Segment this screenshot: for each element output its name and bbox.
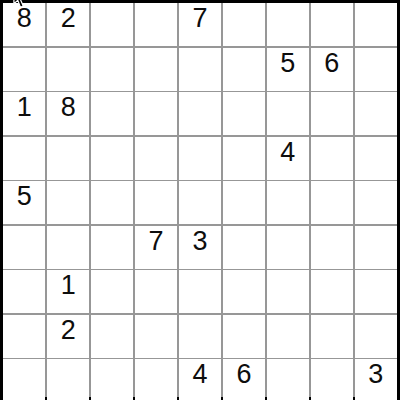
cell-r7c1[interactable]	[3, 270, 45, 313]
cell-r7c3[interactable]	[91, 270, 133, 313]
cell-r2c6[interactable]	[223, 48, 265, 91]
cell-r1c3[interactable]	[91, 3, 133, 46]
cell-r6c8[interactable]	[311, 226, 353, 269]
cell-r8c2[interactable]: 2	[47, 315, 89, 358]
cell-r5c5[interactable]	[179, 181, 221, 224]
cell-r9c4[interactable]	[135, 359, 177, 400]
cell-r4c6[interactable]	[223, 137, 265, 180]
cell-r1c2[interactable]: 2	[47, 3, 89, 46]
cell-r1c9[interactable]	[355, 3, 397, 46]
cell-r5c8[interactable]	[311, 181, 353, 224]
cell-r1c7[interactable]	[267, 3, 309, 46]
cell-r1c6[interactable]	[223, 3, 265, 46]
cell-r1c5[interactable]: 7	[179, 3, 221, 46]
cell-r4c7[interactable]: 4	[267, 137, 309, 180]
cell-r9c5[interactable]: 4	[179, 359, 221, 400]
cell-r8c1[interactable]	[3, 315, 45, 358]
cell-r4c4[interactable]	[135, 137, 177, 180]
cell-r1c1[interactable]: 8	[3, 3, 45, 46]
cell-r6c2[interactable]	[47, 226, 89, 269]
cell-r2c2[interactable]	[47, 48, 89, 91]
cell-r2c5[interactable]	[179, 48, 221, 91]
cell-r9c9[interactable]: 3	[355, 359, 397, 400]
cell-r9c3[interactable]	[91, 359, 133, 400]
cell-r3c9[interactable]	[355, 92, 397, 135]
cell-r3c2[interactable]: 8	[47, 92, 89, 135]
cell-r4c5[interactable]	[179, 137, 221, 180]
cell-r2c1[interactable]	[3, 48, 45, 91]
cell-r9c6[interactable]: 6	[223, 359, 265, 400]
cell-r5c6[interactable]	[223, 181, 265, 224]
cell-r2c7[interactable]: 5	[267, 48, 309, 91]
cell-r8c7[interactable]	[267, 315, 309, 358]
cell-r5c2[interactable]	[47, 181, 89, 224]
cell-r2c9[interactable]	[355, 48, 397, 91]
cell-r1c8[interactable]	[311, 3, 353, 46]
cell-r3c4[interactable]	[135, 92, 177, 135]
puzzle-board-wrap: 8275618457312463	[0, 0, 400, 400]
cell-r4c9[interactable]	[355, 137, 397, 180]
cell-r6c1[interactable]	[3, 226, 45, 269]
cell-r9c2[interactable]	[47, 359, 89, 400]
cell-r6c4[interactable]: 7	[135, 226, 177, 269]
cell-r9c8[interactable]	[311, 359, 353, 400]
cell-r3c1[interactable]: 1	[3, 92, 45, 135]
cell-r7c7[interactable]	[267, 270, 309, 313]
cell-r9c7[interactable]	[267, 359, 309, 400]
cell-r6c5[interactable]: 3	[179, 226, 221, 269]
cell-r2c4[interactable]	[135, 48, 177, 91]
puzzle-grid: 8275618457312463	[0, 0, 400, 400]
cell-r4c8[interactable]	[311, 137, 353, 180]
cell-r2c3[interactable]	[91, 48, 133, 91]
cell-r2c8[interactable]: 6	[311, 48, 353, 91]
cell-r8c9[interactable]	[355, 315, 397, 358]
cell-r5c7[interactable]	[267, 181, 309, 224]
cell-r3c7[interactable]	[267, 92, 309, 135]
cell-r4c2[interactable]	[47, 137, 89, 180]
cell-r3c3[interactable]	[91, 92, 133, 135]
cell-r5c3[interactable]	[91, 181, 133, 224]
cell-r1c4[interactable]	[135, 3, 177, 46]
cell-r8c3[interactable]	[91, 315, 133, 358]
cell-r5c1[interactable]: 5	[3, 181, 45, 224]
cell-r7c8[interactable]	[311, 270, 353, 313]
cell-r6c3[interactable]	[91, 226, 133, 269]
cell-r7c4[interactable]	[135, 270, 177, 313]
cell-r8c5[interactable]	[179, 315, 221, 358]
cell-r8c6[interactable]	[223, 315, 265, 358]
cell-r5c4[interactable]	[135, 181, 177, 224]
cell-r3c8[interactable]	[311, 92, 353, 135]
cell-r5c9[interactable]	[355, 181, 397, 224]
cell-r3c5[interactable]	[179, 92, 221, 135]
cell-r8c8[interactable]	[311, 315, 353, 358]
cell-r6c6[interactable]	[223, 226, 265, 269]
cell-r3c6[interactable]	[223, 92, 265, 135]
cell-r7c9[interactable]	[355, 270, 397, 313]
cell-r6c9[interactable]	[355, 226, 397, 269]
cell-r7c5[interactable]	[179, 270, 221, 313]
cell-r7c2[interactable]: 1	[47, 270, 89, 313]
cell-r9c1[interactable]	[3, 359, 45, 400]
cell-r7c6[interactable]	[223, 270, 265, 313]
cell-r4c1[interactable]	[3, 137, 45, 180]
cell-r6c7[interactable]	[267, 226, 309, 269]
cell-r4c3[interactable]	[91, 137, 133, 180]
cell-r8c4[interactable]	[135, 315, 177, 358]
